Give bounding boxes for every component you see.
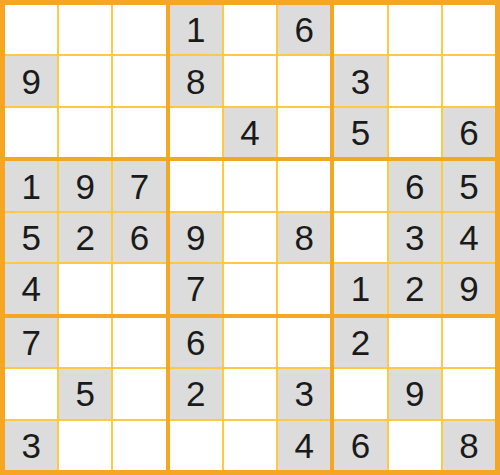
cell-r8c8: 9: [389, 369, 441, 418]
cell-r5c1: 5: [5, 213, 57, 262]
cell-r7c3[interactable]: [113, 318, 165, 367]
cell-r1c4: 1: [170, 5, 222, 54]
cell-r9c9: 8: [443, 421, 495, 470]
cell-r3c6[interactable]: [278, 108, 330, 157]
cell-r8c3[interactable]: [113, 369, 165, 418]
cell-r8c1[interactable]: [5, 369, 57, 418]
cell-r2c1: 9: [5, 56, 57, 105]
cell-r5c7[interactable]: [334, 213, 386, 262]
cell-r1c9[interactable]: [443, 5, 495, 54]
sudoku-box-1: 9: [5, 5, 166, 157]
cell-r1c3[interactable]: [113, 5, 165, 54]
cell-r4c9: 5: [443, 161, 495, 210]
cell-r7c5[interactable]: [224, 318, 276, 367]
cell-r9c1: 3: [5, 421, 57, 470]
cell-r3c4[interactable]: [170, 108, 222, 157]
cell-r3c3[interactable]: [113, 108, 165, 157]
cell-r6c8: 2: [389, 264, 441, 313]
cell-r4c3: 7: [113, 161, 165, 210]
cell-r8c4: 2: [170, 369, 222, 418]
cell-r1c8[interactable]: [389, 5, 441, 54]
cell-r5c3: 6: [113, 213, 165, 262]
cell-r2c9[interactable]: [443, 56, 495, 105]
cell-r8c2: 5: [59, 369, 111, 418]
cell-r1c6: 6: [278, 5, 330, 54]
cell-r9c7: 6: [334, 421, 386, 470]
cell-r1c5[interactable]: [224, 5, 276, 54]
cell-r6c7: 1: [334, 264, 386, 313]
sudoku-box-3: 356: [334, 5, 495, 157]
cell-r2c2[interactable]: [59, 56, 111, 105]
sudoku-box-4: 1975264: [5, 161, 166, 313]
sudoku-box-6: 6534129: [334, 161, 495, 313]
cell-r4c2: 9: [59, 161, 111, 210]
cell-r7c6[interactable]: [278, 318, 330, 367]
cell-r5c2: 2: [59, 213, 111, 262]
cell-r2c5[interactable]: [224, 56, 276, 105]
cell-r4c6[interactable]: [278, 161, 330, 210]
cell-r2c3[interactable]: [113, 56, 165, 105]
sudoku-board: 916843561975264987653412975362342968: [0, 0, 500, 475]
cell-r2c7: 3: [334, 56, 386, 105]
cell-r5c9: 4: [443, 213, 495, 262]
cell-r6c5[interactable]: [224, 264, 276, 313]
cell-r8c5[interactable]: [224, 369, 276, 418]
cell-r3c7: 5: [334, 108, 386, 157]
cell-r6c2[interactable]: [59, 264, 111, 313]
cell-r7c1: 7: [5, 318, 57, 367]
cell-r7c9[interactable]: [443, 318, 495, 367]
cell-r4c1: 1: [5, 161, 57, 210]
cell-r5c6: 8: [278, 213, 330, 262]
cell-r9c3[interactable]: [113, 421, 165, 470]
cell-r9c2[interactable]: [59, 421, 111, 470]
cell-r2c6[interactable]: [278, 56, 330, 105]
sudoku-box-2: 1684: [170, 5, 331, 157]
cell-r1c2[interactable]: [59, 5, 111, 54]
sudoku-box-5: 987: [170, 161, 331, 313]
cell-r5c4: 9: [170, 213, 222, 262]
cell-r1c7[interactable]: [334, 5, 386, 54]
cell-r7c8[interactable]: [389, 318, 441, 367]
cell-r8c6: 3: [278, 369, 330, 418]
cell-r4c7[interactable]: [334, 161, 386, 210]
cell-r5c5[interactable]: [224, 213, 276, 262]
sudoku-box-8: 6234: [170, 318, 331, 470]
cell-r3c1[interactable]: [5, 108, 57, 157]
cell-r4c5[interactable]: [224, 161, 276, 210]
cell-r6c3[interactable]: [113, 264, 165, 313]
cell-r4c8: 6: [389, 161, 441, 210]
cell-r6c9: 9: [443, 264, 495, 313]
cell-r8c9[interactable]: [443, 369, 495, 418]
cell-r6c1: 4: [5, 264, 57, 313]
cell-r7c2[interactable]: [59, 318, 111, 367]
cell-r6c4: 7: [170, 264, 222, 313]
cell-r5c8: 3: [389, 213, 441, 262]
cell-r3c5: 4: [224, 108, 276, 157]
cell-r9c8[interactable]: [389, 421, 441, 470]
cell-r4c4[interactable]: [170, 161, 222, 210]
cell-r7c7: 2: [334, 318, 386, 367]
sudoku-box-7: 753: [5, 318, 166, 470]
cell-r2c8[interactable]: [389, 56, 441, 105]
cell-r3c9: 6: [443, 108, 495, 157]
cell-r1c1[interactable]: [5, 5, 57, 54]
cell-r6c6[interactable]: [278, 264, 330, 313]
cell-r9c4[interactable]: [170, 421, 222, 470]
cell-r7c4: 6: [170, 318, 222, 367]
sudoku-box-9: 2968: [334, 318, 495, 470]
cell-r8c7[interactable]: [334, 369, 386, 418]
cell-r3c2[interactable]: [59, 108, 111, 157]
cell-r2c4: 8: [170, 56, 222, 105]
cell-r3c8[interactable]: [389, 108, 441, 157]
cell-r9c5[interactable]: [224, 421, 276, 470]
cell-r9c6: 4: [278, 421, 330, 470]
